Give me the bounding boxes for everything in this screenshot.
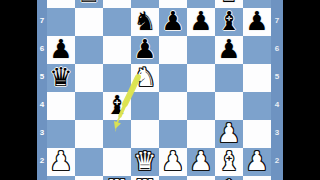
square-a1 bbox=[47, 176, 75, 180]
chess-board: ♜♚♞♟♟♝♟♟♟♟♛♞♝♟♟♛♟♟♝♟♜♜♚ bbox=[47, 0, 271, 180]
square-b3 bbox=[75, 120, 103, 148]
square-a2 bbox=[47, 148, 75, 176]
square-b8 bbox=[75, 0, 103, 8]
square-h1 bbox=[243, 176, 271, 180]
square-a8 bbox=[47, 0, 75, 8]
square-g1 bbox=[215, 176, 243, 180]
square-e5 bbox=[159, 64, 187, 92]
square-g3 bbox=[215, 120, 243, 148]
square-b5 bbox=[75, 64, 103, 92]
rank-label-4-right: 4 bbox=[271, 100, 283, 110]
square-a4 bbox=[47, 92, 75, 120]
square-d4 bbox=[131, 92, 159, 120]
square-e1 bbox=[159, 176, 187, 180]
square-g7 bbox=[215, 8, 243, 36]
square-g6 bbox=[215, 36, 243, 64]
board-frame: ♜♚♞♟♟♝♟♟♟♟♛♞♝♟♟♛♟♟♝♟♜♜♚ 776655443322 bbox=[37, 0, 283, 180]
square-b6 bbox=[75, 36, 103, 64]
rank-label-4-left: 4 bbox=[37, 100, 47, 110]
square-b4 bbox=[75, 92, 103, 120]
square-e4 bbox=[159, 92, 187, 120]
rank-label-5-right: 5 bbox=[271, 72, 283, 82]
rank-label-3-left: 3 bbox=[37, 128, 47, 138]
square-g8 bbox=[215, 0, 243, 8]
square-h3 bbox=[243, 120, 271, 148]
square-d3 bbox=[131, 120, 159, 148]
square-h5 bbox=[243, 64, 271, 92]
square-f8 bbox=[187, 0, 215, 8]
square-e3 bbox=[159, 120, 187, 148]
square-a6 bbox=[47, 36, 75, 64]
square-a5 bbox=[47, 64, 75, 92]
square-f1 bbox=[187, 176, 215, 180]
square-g4 bbox=[215, 92, 243, 120]
square-d5 bbox=[131, 64, 159, 92]
square-d8 bbox=[131, 0, 159, 8]
square-a3 bbox=[47, 120, 75, 148]
square-d6 bbox=[131, 36, 159, 64]
thumbnail-stage: ♜♚♞♟♟♝♟♟♟♟♛♞♝♟♟♛♟♟♝♟♜♜♚ 776655443322 bbox=[0, 0, 320, 180]
rank-label-7-right: 7 bbox=[271, 16, 283, 26]
square-h7 bbox=[243, 8, 271, 36]
rank-label-7-left: 7 bbox=[37, 16, 47, 26]
rank-label-2-right: 2 bbox=[271, 156, 283, 166]
square-e2 bbox=[159, 148, 187, 176]
square-c2 bbox=[103, 148, 131, 176]
square-f4 bbox=[187, 92, 215, 120]
square-f3 bbox=[187, 120, 215, 148]
square-d7 bbox=[131, 8, 159, 36]
square-a7 bbox=[47, 8, 75, 36]
square-b1 bbox=[75, 176, 103, 180]
square-h8 bbox=[243, 0, 271, 8]
rank-label-2-left: 2 bbox=[37, 156, 47, 166]
rank-label-6-right: 6 bbox=[271, 44, 283, 54]
square-b2 bbox=[75, 148, 103, 176]
square-f2 bbox=[187, 148, 215, 176]
square-e7 bbox=[159, 8, 187, 36]
rank-label-3-right: 3 bbox=[271, 128, 283, 138]
square-c1 bbox=[103, 176, 131, 180]
square-c7 bbox=[103, 8, 131, 36]
square-e8 bbox=[159, 0, 187, 8]
rank-label-5-left: 5 bbox=[37, 72, 47, 82]
rank-label-6-left: 6 bbox=[37, 44, 47, 54]
square-h6 bbox=[243, 36, 271, 64]
square-h4 bbox=[243, 92, 271, 120]
square-f6 bbox=[187, 36, 215, 64]
square-f7 bbox=[187, 8, 215, 36]
square-c3 bbox=[103, 120, 131, 148]
square-c6 bbox=[103, 36, 131, 64]
square-b7 bbox=[75, 8, 103, 36]
square-e6 bbox=[159, 36, 187, 64]
square-g2 bbox=[215, 148, 243, 176]
square-g5 bbox=[215, 64, 243, 92]
square-h2 bbox=[243, 148, 271, 176]
square-d2 bbox=[131, 148, 159, 176]
square-c4 bbox=[103, 92, 131, 120]
square-c8 bbox=[103, 0, 131, 8]
square-f5 bbox=[187, 64, 215, 92]
square-c5 bbox=[103, 64, 131, 92]
square-d1 bbox=[131, 176, 159, 180]
